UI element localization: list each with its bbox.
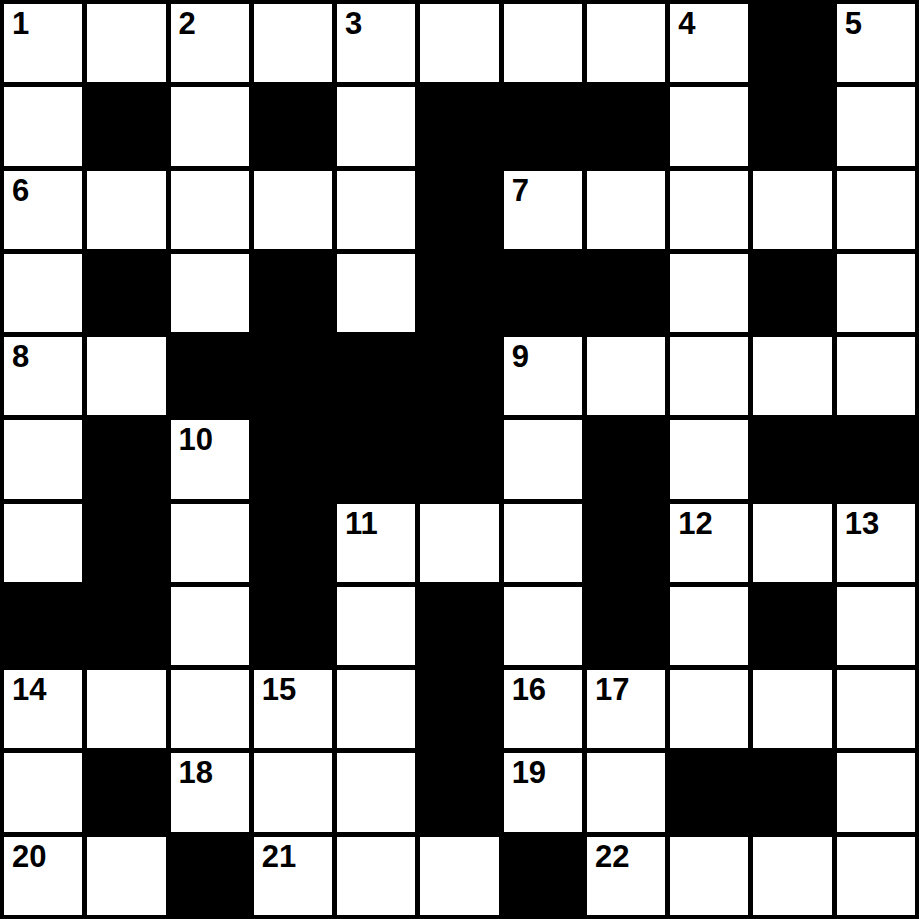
cell-r1c11[interactable]: 5 <box>837 4 915 82</box>
cell-r11c2[interactable] <box>87 837 165 915</box>
cell-r1c9[interactable]: 4 <box>670 4 748 82</box>
clue-number: 6 <box>12 175 29 206</box>
blocked-cell-r2c4 <box>254 87 332 165</box>
clue-number: 18 <box>179 757 213 788</box>
cell-r2c11[interactable] <box>837 87 915 165</box>
cell-r11c8[interactable]: 22 <box>587 837 665 915</box>
blocked-cell-r4c10 <box>753 254 831 332</box>
cell-r3c3[interactable] <box>171 171 249 249</box>
clue-number: 14 <box>12 674 46 705</box>
blocked-cell-r6c4 <box>254 420 332 498</box>
cell-r3c10[interactable] <box>753 171 831 249</box>
clue-number: 12 <box>678 508 712 539</box>
cell-r10c8[interactable] <box>587 753 665 831</box>
blocked-cell-r5c6 <box>420 337 498 415</box>
cell-r3c5[interactable] <box>337 171 415 249</box>
cell-r9c5[interactable] <box>337 670 415 748</box>
blocked-cell-r7c2 <box>87 504 165 582</box>
clue-number: 9 <box>512 341 529 372</box>
blocked-cell-r10c2 <box>87 753 165 831</box>
cell-r9c8[interactable]: 17 <box>587 670 665 748</box>
blocked-cell-r5c4 <box>254 337 332 415</box>
cell-r11c6[interactable] <box>420 837 498 915</box>
blocked-cell-r6c5 <box>337 420 415 498</box>
blocked-cell-r8c6 <box>420 587 498 665</box>
cell-r9c7[interactable]: 16 <box>504 670 582 748</box>
cell-r4c11[interactable] <box>837 254 915 332</box>
blocked-cell-r11c7 <box>504 837 582 915</box>
cell-r1c8[interactable] <box>587 4 665 82</box>
clue-number: 15 <box>262 674 296 705</box>
clue-number: 2 <box>179 8 196 39</box>
cell-r10c5[interactable] <box>337 753 415 831</box>
blocked-cell-r2c8 <box>587 87 665 165</box>
cell-r11c4[interactable]: 21 <box>254 837 332 915</box>
cell-r10c4[interactable] <box>254 753 332 831</box>
cell-r1c5[interactable]: 3 <box>337 4 415 82</box>
cell-r9c9[interactable] <box>670 670 748 748</box>
cell-r10c7[interactable]: 19 <box>504 753 582 831</box>
cell-r6c7[interactable] <box>504 420 582 498</box>
clue-number: 17 <box>595 674 629 705</box>
blocked-cell-r4c4 <box>254 254 332 332</box>
cell-r6c9[interactable] <box>670 420 748 498</box>
cell-r3c11[interactable] <box>837 171 915 249</box>
clue-number: 13 <box>845 508 879 539</box>
clue-number: 3 <box>345 8 362 39</box>
clue-number: 4 <box>678 8 695 39</box>
cell-r1c7[interactable] <box>504 4 582 82</box>
clue-number: 16 <box>512 674 546 705</box>
clue-number: 10 <box>179 424 213 455</box>
clue-number: 5 <box>845 8 862 39</box>
cell-r7c10[interactable] <box>753 504 831 582</box>
blocked-cell-r4c6 <box>420 254 498 332</box>
cell-r9c2[interactable] <box>87 670 165 748</box>
cell-r8c7[interactable] <box>504 587 582 665</box>
blocked-cell-r1c10 <box>753 4 831 82</box>
cell-r7c3[interactable] <box>171 504 249 582</box>
blocked-cell-r11c3 <box>171 837 249 915</box>
cell-r11c1[interactable]: 20 <box>4 837 82 915</box>
cell-r11c5[interactable] <box>337 837 415 915</box>
cell-r5c9[interactable] <box>670 337 748 415</box>
cell-r10c1[interactable] <box>4 753 82 831</box>
cell-r7c7[interactable] <box>504 504 582 582</box>
cell-r10c11[interactable] <box>837 753 915 831</box>
cell-r3c1[interactable]: 6 <box>4 171 82 249</box>
blocked-cell-r5c3 <box>171 337 249 415</box>
blocked-cell-r10c9 <box>670 753 748 831</box>
clue-number: 20 <box>12 841 46 872</box>
blocked-cell-r3c6 <box>420 171 498 249</box>
blocked-cell-r2c6 <box>420 87 498 165</box>
clue-number: 11 <box>345 508 378 539</box>
cell-r11c9[interactable] <box>670 837 748 915</box>
cell-r9c3[interactable] <box>171 670 249 748</box>
cell-r1c3[interactable]: 2 <box>171 4 249 82</box>
cell-r3c2[interactable] <box>87 171 165 249</box>
blocked-cell-r9c6 <box>420 670 498 748</box>
blocked-cell-r5c5 <box>337 337 415 415</box>
clue-number: 21 <box>262 841 296 872</box>
cell-r2c5[interactable] <box>337 87 415 165</box>
crossword-page: 12345678910111213141516171819202122 <box>0 0 919 919</box>
blocked-cell-r8c10 <box>753 587 831 665</box>
cell-r5c1[interactable]: 8 <box>4 337 82 415</box>
blocked-cell-r8c8 <box>587 587 665 665</box>
cell-r5c11[interactable] <box>837 337 915 415</box>
cell-r9c4[interactable]: 15 <box>254 670 332 748</box>
cell-r3c9[interactable] <box>670 171 748 249</box>
clue-number: 22 <box>595 841 629 872</box>
cell-r7c5[interactable]: 11 <box>337 504 415 582</box>
blocked-cell-r4c2 <box>87 254 165 332</box>
cell-r5c8[interactable] <box>587 337 665 415</box>
cell-r4c1[interactable] <box>4 254 82 332</box>
blocked-cell-r4c8 <box>587 254 665 332</box>
blocked-cell-r6c10 <box>753 420 831 498</box>
clue-number: 1 <box>12 8 29 39</box>
cell-r3c8[interactable] <box>587 171 665 249</box>
cell-r4c9[interactable] <box>670 254 748 332</box>
cell-r3c4[interactable] <box>254 171 332 249</box>
cell-r9c1[interactable]: 14 <box>4 670 82 748</box>
blocked-cell-r6c8 <box>587 420 665 498</box>
blocked-cell-r8c4 <box>254 587 332 665</box>
clue-number: 19 <box>512 757 546 788</box>
clue-number: 7 <box>512 175 529 206</box>
cell-r9c11[interactable] <box>837 670 915 748</box>
blocked-cell-r8c2 <box>87 587 165 665</box>
blocked-cell-r7c4 <box>254 504 332 582</box>
cell-r2c9[interactable] <box>670 87 748 165</box>
blocked-cell-r6c2 <box>87 420 165 498</box>
cell-r3c7[interactable]: 7 <box>504 171 582 249</box>
cell-r11c10[interactable] <box>753 837 831 915</box>
cell-r7c11[interactable]: 13 <box>837 504 915 582</box>
blocked-cell-r6c6 <box>420 420 498 498</box>
blocked-cell-r6c11 <box>837 420 915 498</box>
cell-r8c5[interactable] <box>337 587 415 665</box>
cell-r1c6[interactable] <box>420 4 498 82</box>
cell-r5c7[interactable]: 9 <box>504 337 582 415</box>
cell-r7c1[interactable] <box>4 504 82 582</box>
blocked-cell-r2c7 <box>504 87 582 165</box>
blocked-cell-r2c2 <box>87 87 165 165</box>
blocked-cell-r10c6 <box>420 753 498 831</box>
cell-r8c11[interactable] <box>837 587 915 665</box>
blocked-cell-r2c10 <box>753 87 831 165</box>
blocked-cell-r10c10 <box>753 753 831 831</box>
cell-r1c1[interactable]: 1 <box>4 4 82 82</box>
blocked-cell-r8c1 <box>4 587 82 665</box>
cell-r7c9[interactable]: 12 <box>670 504 748 582</box>
cell-r1c2[interactable] <box>87 4 165 82</box>
crossword-grid: 12345678910111213141516171819202122 <box>0 0 919 919</box>
clue-number: 8 <box>12 341 29 372</box>
blocked-cell-r7c8 <box>587 504 665 582</box>
blocked-cell-r4c7 <box>504 254 582 332</box>
cell-r2c3[interactable] <box>171 87 249 165</box>
cell-r2c1[interactable] <box>4 87 82 165</box>
cell-r6c3[interactable]: 10 <box>171 420 249 498</box>
cell-r9c10[interactable] <box>753 670 831 748</box>
cell-r5c2[interactable] <box>87 337 165 415</box>
cell-r5c10[interactable] <box>753 337 831 415</box>
cell-r7c6[interactable] <box>420 504 498 582</box>
cell-r4c5[interactable] <box>337 254 415 332</box>
cell-r8c3[interactable] <box>171 587 249 665</box>
cell-r1c4[interactable] <box>254 4 332 82</box>
cell-r4c3[interactable] <box>171 254 249 332</box>
cell-r11c11[interactable] <box>837 837 915 915</box>
cell-r8c9[interactable] <box>670 587 748 665</box>
cell-r10c3[interactable]: 18 <box>171 753 249 831</box>
cell-r6c1[interactable] <box>4 420 82 498</box>
